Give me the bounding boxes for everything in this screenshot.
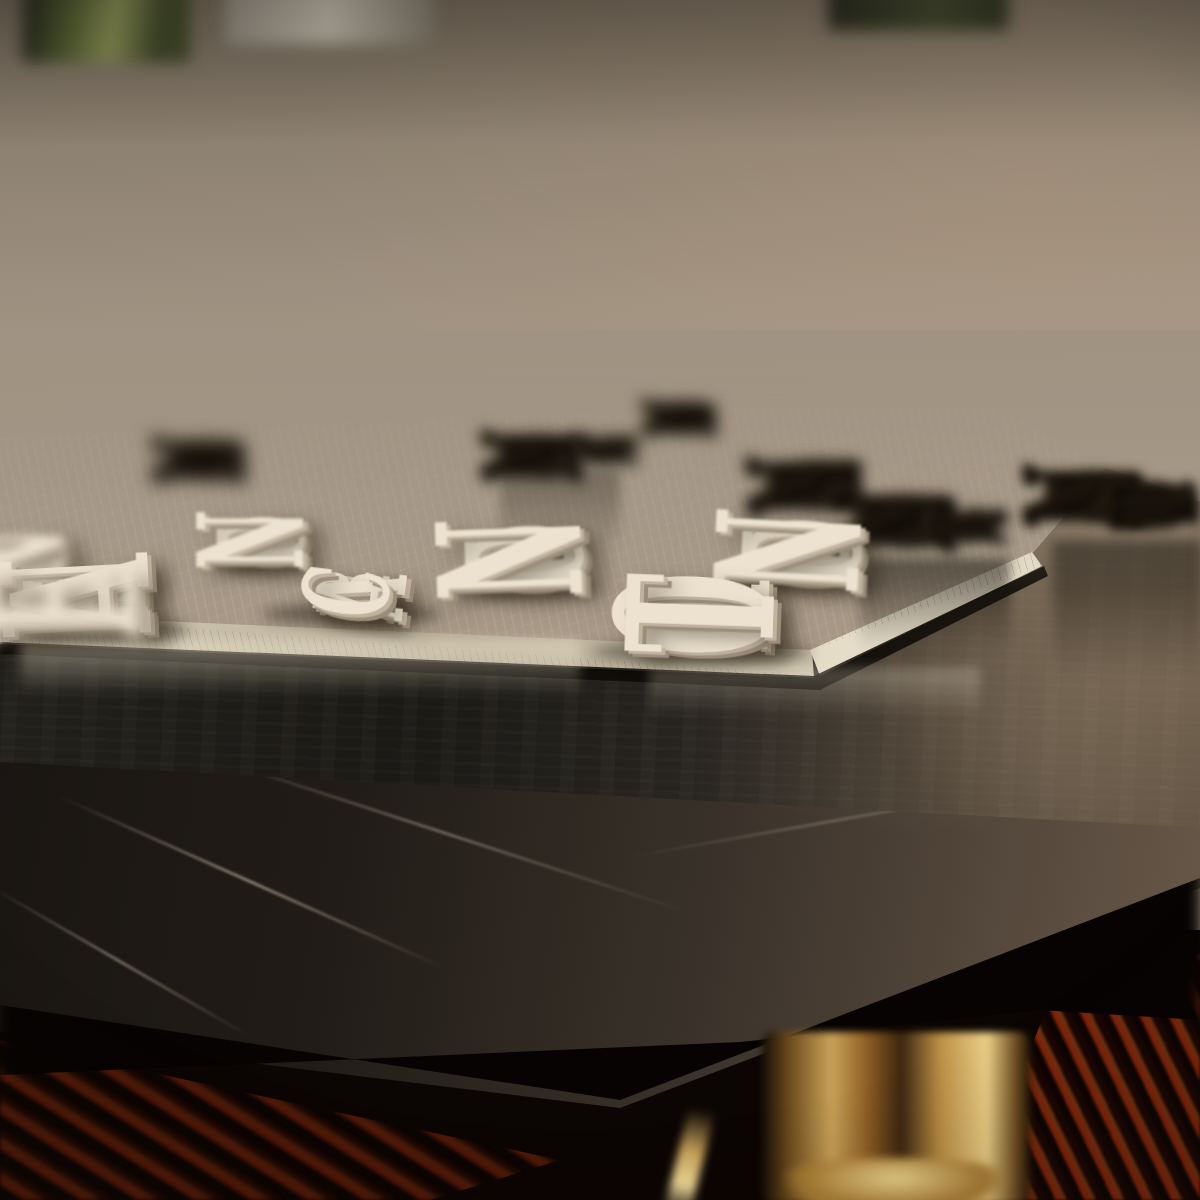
white-rook-torre[interactable]: ERROT bbox=[573, 280, 843, 657]
piece-letter: T bbox=[632, 573, 775, 657]
piece-letter: E bbox=[0, 567, 137, 640]
board-reflection bbox=[650, 668, 980, 728]
picture-frame-blurred bbox=[22, 0, 190, 62]
piece-letter: C bbox=[930, 504, 992, 543]
piece-letter: N bbox=[443, 513, 583, 601]
picture-frame-blurred bbox=[225, 0, 435, 44]
picture-frame-blurred bbox=[828, 0, 1008, 30]
piece-letter: T bbox=[1112, 480, 1195, 529]
black-rook-corner[interactable]: ERROT bbox=[1071, 309, 1200, 529]
board-reflection bbox=[20, 640, 580, 710]
white-blur-foreground[interactable]: PE bbox=[18, 504, 110, 636]
piece-letter: C bbox=[306, 563, 393, 622]
piece-reflection bbox=[1052, 540, 1200, 700]
photo-typographic-chess-scene: PEONPEONOLLABACPEONPEONPEONOLLABACPEONER… bbox=[0, 0, 1200, 1200]
